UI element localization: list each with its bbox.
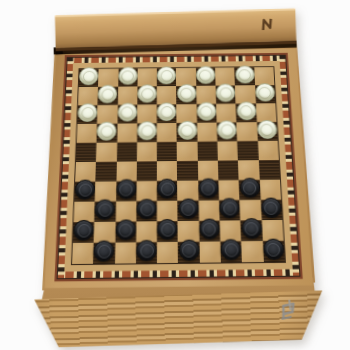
square-r3c1[interactable] — [77, 105, 97, 124]
black-checker-piece[interactable] — [263, 239, 285, 260]
white-checker-piece[interactable] — [196, 66, 216, 84]
black-checker-piece[interactable] — [95, 199, 116, 220]
board-grid — [72, 67, 285, 264]
square-r4c7[interactable] — [197, 122, 217, 141]
square-r3c9[interactable] — [236, 103, 257, 122]
photo-background — [0, 0, 350, 350]
square-r3c7[interactable] — [196, 104, 216, 123]
square-r2c4[interactable] — [137, 86, 157, 104]
black-checker-piece[interactable] — [199, 218, 220, 239]
square-r5c2[interactable] — [96, 142, 117, 161]
white-checker-piece[interactable] — [79, 67, 99, 85]
white-checker-piece[interactable] — [117, 103, 137, 122]
square-r10c5[interactable] — [157, 242, 178, 263]
square-r1c9[interactable] — [235, 67, 255, 85]
box-top-rail — [55, 8, 297, 51]
square-r4c9[interactable] — [237, 122, 258, 141]
black-checker-piece[interactable] — [93, 240, 114, 261]
square-r4c10[interactable] — [257, 122, 278, 141]
square-r2c6[interactable] — [177, 86, 197, 104]
square-r5c5[interactable] — [157, 142, 177, 161]
square-r3c3[interactable] — [117, 105, 137, 124]
square-r4c3[interactable] — [117, 123, 137, 142]
square-r9c1[interactable] — [73, 222, 95, 243]
square-r5c6[interactable] — [177, 142, 198, 161]
white-checker-piece[interactable] — [197, 102, 217, 121]
square-r5c10[interactable] — [258, 141, 279, 160]
square-r3c5[interactable] — [157, 104, 177, 123]
square-r6c2[interactable] — [96, 162, 117, 182]
black-checker-piece[interactable] — [261, 198, 283, 219]
square-r10c9[interactable] — [241, 241, 263, 262]
black-checker-piece[interactable] — [75, 179, 96, 199]
square-r2c8[interactable] — [216, 85, 236, 103]
square-r10c10[interactable] — [263, 241, 285, 262]
checkers-box — [0, 0, 350, 350]
black-checker-piece[interactable] — [239, 178, 260, 198]
black-checker-piece[interactable] — [157, 179, 177, 199]
square-r7c5[interactable] — [157, 181, 178, 201]
square-r4c8[interactable] — [217, 122, 238, 141]
white-checker-piece[interactable] — [217, 120, 237, 139]
black-checker-piece[interactable] — [198, 178, 219, 198]
white-checker-piece[interactable] — [257, 120, 278, 139]
black-checker-piece[interactable] — [73, 220, 94, 241]
square-r4c5[interactable] — [157, 123, 177, 142]
black-checker-piece[interactable] — [157, 219, 178, 240]
white-checker-piece[interactable] — [236, 102, 256, 121]
square-r10c4[interactable] — [136, 242, 157, 263]
square-r5c8[interactable] — [217, 141, 238, 160]
square-r5c7[interactable] — [197, 141, 218, 160]
white-checker-piece[interactable] — [235, 66, 255, 84]
black-checker-piece[interactable] — [220, 239, 242, 260]
white-checker-piece[interactable] — [78, 103, 98, 122]
square-r7c7[interactable] — [198, 180, 219, 200]
square-r8c10[interactable] — [260, 200, 282, 221]
square-r10c8[interactable] — [220, 241, 242, 262]
square-r1c3[interactable] — [118, 69, 138, 87]
white-checker-piece[interactable] — [97, 122, 117, 141]
square-r8c6[interactable] — [178, 200, 199, 221]
inlay-band-top — [67, 56, 285, 64]
square-r1c5[interactable] — [157, 68, 177, 86]
square-r7c1[interactable] — [74, 181, 95, 201]
white-checker-piece[interactable] — [177, 121, 197, 140]
square-r9c3[interactable] — [115, 221, 136, 242]
white-checker-piece[interactable] — [255, 83, 275, 101]
square-r7c9[interactable] — [239, 180, 260, 200]
square-r4c2[interactable] — [97, 123, 117, 142]
black-checker-piece[interactable] — [116, 179, 137, 199]
square-r5c9[interactable] — [237, 141, 258, 160]
ink-mark-icon — [260, 17, 274, 33]
inlay-band-bottom — [58, 269, 300, 278]
square-r5c3[interactable] — [116, 142, 136, 161]
white-checker-piece[interactable] — [177, 84, 197, 102]
white-checker-piece[interactable] — [137, 121, 157, 140]
square-r10c2[interactable] — [93, 242, 115, 263]
square-r4c4[interactable] — [137, 123, 157, 142]
square-r9c7[interactable] — [199, 221, 220, 242]
square-r5c4[interactable] — [137, 142, 157, 161]
black-checker-piece[interactable] — [241, 218, 263, 239]
black-checker-piece[interactable] — [115, 219, 136, 240]
board-inlay-frame — [54, 53, 302, 282]
square-r10c6[interactable] — [178, 242, 200, 263]
square-r9c5[interactable] — [157, 221, 178, 242]
square-r2c2[interactable] — [98, 87, 118, 105]
black-checker-piece[interactable] — [219, 198, 240, 219]
square-r8c2[interactable] — [94, 201, 115, 222]
square-r4c6[interactable] — [177, 123, 197, 142]
white-checker-piece[interactable] — [98, 85, 118, 103]
square-r5c1[interactable] — [76, 143, 97, 162]
black-checker-piece[interactable] — [136, 240, 157, 261]
square-r1c7[interactable] — [196, 68, 216, 86]
white-checker-piece[interactable] — [157, 66, 176, 84]
black-checker-piece[interactable] — [178, 198, 199, 219]
white-checker-piece[interactable] — [216, 84, 236, 102]
board-face-tilt — [45, 48, 313, 288]
stamp-mark-icon — [275, 296, 303, 326]
square-r10c7[interactable] — [199, 241, 221, 262]
square-r2c10[interactable] — [255, 85, 276, 103]
square-r8c8[interactable] — [219, 200, 240, 221]
black-checker-piece[interactable] — [178, 239, 199, 260]
black-checker-piece[interactable] — [136, 199, 157, 220]
square-r10c3[interactable] — [115, 242, 136, 263]
square-r6c8[interactable] — [218, 160, 239, 180]
square-r6c4[interactable] — [137, 161, 157, 181]
square-r9c9[interactable] — [241, 220, 263, 241]
white-checker-piece[interactable] — [118, 67, 137, 85]
white-checker-piece[interactable] — [137, 84, 156, 102]
square-r6c10[interactable] — [259, 160, 280, 180]
square-r6c6[interactable] — [177, 161, 198, 181]
square-r4c1[interactable] — [77, 124, 98, 143]
square-r10c1[interactable] — [72, 243, 94, 264]
square-r8c4[interactable] — [136, 201, 157, 222]
square-r7c3[interactable] — [116, 181, 137, 201]
square-r1c1[interactable] — [79, 69, 99, 87]
white-checker-piece[interactable] — [157, 102, 177, 121]
